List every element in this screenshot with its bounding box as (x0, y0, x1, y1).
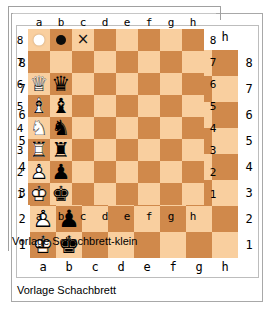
small-rank-label-left-8: 8 (17, 35, 24, 46)
large-file-label-bottom-a: a (39, 261, 46, 273)
small-file-label-top-h: h (190, 17, 197, 28)
small-box-right-border (220, 6, 221, 20)
white-queen-a6: ♛♕ (28, 73, 50, 95)
black-king-b1: ♚ (50, 183, 72, 205)
black-rook-b3: ♜ (50, 139, 72, 161)
small-square-d6 (94, 73, 116, 95)
small-file-label-bottom-f: f (146, 211, 153, 222)
small-square-e5 (116, 95, 138, 117)
small-square-h6 (182, 73, 204, 95)
large-file-label-bottom-d: d (117, 261, 124, 273)
small-square-d4 (94, 117, 116, 139)
small-square-g8 (160, 29, 182, 51)
small-square-b7 (50, 51, 72, 73)
small-square-e8 (116, 29, 138, 51)
small-file-label-top-c: c (80, 17, 87, 28)
small-square-f1 (138, 183, 160, 205)
small-square-h1 (182, 183, 204, 205)
small-square-h7 (182, 51, 204, 73)
small-square-a7 (28, 51, 50, 73)
small-square-d2 (94, 161, 116, 183)
large-square-h1 (212, 232, 238, 258)
piece-glyph: ♚ (52, 184, 71, 205)
white-pawn-a2: ♟♙ (30, 206, 56, 232)
large-rank-label-right-8: 8 (245, 57, 252, 69)
large-rank-label-right-5: 5 (245, 135, 252, 147)
large-square-f1 (160, 232, 186, 258)
small-square-c5 (72, 95, 94, 117)
piece-glyph: ♞ (52, 118, 71, 139)
large-board-caption: Vorlage Schachbrett (17, 284, 116, 296)
small-file-label-top-g: g (168, 17, 175, 28)
small-rank-label-left-5: 5 (17, 101, 24, 112)
small-square-f2 (138, 161, 160, 183)
piece-glyph: ♗ (30, 96, 49, 117)
large-rank-label-right-1: 1 (245, 239, 252, 251)
small-square-e6 (116, 73, 138, 95)
large-rank-label-right-7: 7 (245, 83, 252, 95)
small-square-c3 (72, 139, 94, 161)
small-file-label-top-f: f (146, 17, 153, 28)
small-box-left-border (8, 6, 9, 251)
large-square-e1 (134, 232, 160, 258)
small-file-label-top-b: b (58, 17, 65, 28)
small-square-e7 (116, 51, 138, 73)
small-square-g7 (160, 51, 182, 73)
small-square-e2 (116, 161, 138, 183)
small-square-d3 (94, 139, 116, 161)
large-file-label-bottom-h: h (221, 261, 228, 273)
small-rank-label-right-6: 6 (210, 79, 217, 90)
small-file-label-top-d: d (102, 17, 109, 28)
small-square-g5 (160, 95, 182, 117)
small-square-f3 (138, 139, 160, 161)
small-square-g1 (160, 183, 182, 205)
small-file-label-top-e: e (124, 17, 131, 28)
small-square-c4 (72, 117, 94, 139)
black-bishop-b5: ♝ (50, 95, 72, 117)
small-rank-label-right-3: 3 (210, 145, 217, 156)
large-file-label-bottom-b: b (65, 261, 72, 273)
white-pawn-a2: ♟♙ (28, 161, 50, 183)
small-square-g2 (160, 161, 182, 183)
white-disc-marker-a8 (34, 35, 45, 46)
small-table-top-border (13, 13, 216, 14)
small-square-h4 (182, 117, 204, 139)
large-file-label-bottom-c: c (91, 261, 98, 273)
small-square-f5 (138, 95, 160, 117)
large-rank-label-right-4: 4 (245, 161, 252, 173)
black-knight-b4: ♞ (50, 117, 72, 139)
small-box-top-border (8, 6, 221, 7)
x-marker-c8: × (77, 30, 90, 48)
small-file-label-bottom-c: c (80, 211, 87, 222)
small-square-e1 (116, 183, 138, 205)
small-file-label-top-a: a (36, 17, 43, 28)
small-square-f8 (138, 29, 160, 51)
piece-glyph: ♕ (30, 74, 49, 95)
small-square-g6 (160, 73, 182, 95)
small-square-d5 (94, 95, 116, 117)
small-rank-label-right-8: 8 (210, 35, 217, 46)
small-square-d8 (94, 29, 116, 51)
small-square-h3 (182, 139, 204, 161)
small-square-c6 (72, 73, 94, 95)
small-rank-label-left-4: 4 (17, 123, 24, 134)
small-board-caption: Vorlage Schachbrett-klein (12, 235, 137, 247)
black-disc-marker-b8 (56, 35, 66, 45)
small-rank-label-right-2: 2 (210, 167, 217, 178)
small-rank-label-left-7: 7 (17, 57, 24, 68)
small-file-label-bottom-b: b (58, 211, 65, 222)
small-rank-label-left-2: 2 (17, 167, 24, 178)
small-rank-label-left-3: 3 (17, 145, 24, 156)
small-file-label-bottom-h: h (190, 211, 197, 222)
template-demo-page: Vorlage Schachbrett Vorlage Schachbrett-… (0, 0, 268, 313)
small-square-f6 (138, 73, 160, 95)
small-square-f7 (138, 51, 160, 73)
small-square-c7 (72, 51, 94, 73)
large-rank-label-left-2: 2 (18, 213, 25, 225)
small-square-d7 (94, 51, 116, 73)
small-square-c2 (72, 161, 94, 183)
large-square-h2 (212, 206, 238, 232)
piece-glyph: ♔ (30, 184, 49, 205)
small-file-label-bottom-a: a (36, 211, 43, 222)
small-file-label-bottom-d: d (102, 211, 109, 222)
white-king-a1: ♚♔ (28, 183, 50, 205)
black-pawn-b2: ♟ (50, 161, 72, 183)
large-file-label-bottom-e: e (143, 261, 150, 273)
small-rank-label-right-7: 7 (210, 57, 217, 68)
large-rank-label-right-2: 2 (245, 213, 252, 225)
small-square-h2 (182, 161, 204, 183)
large-file-label-top-h: h (221, 31, 228, 43)
small-rank-label-right-1: 1 (210, 189, 217, 200)
small-file-label-bottom-g: g (168, 211, 175, 222)
small-square-g4 (160, 117, 182, 139)
small-square-c1 (72, 183, 94, 205)
large-file-label-bottom-f: f (169, 261, 176, 273)
large-rank-label-right-3: 3 (245, 187, 252, 199)
small-rank-label-right-4: 4 (210, 123, 217, 134)
small-rank-label-left-1: 1 (17, 189, 24, 200)
white-knight-a4: ♞♘ (28, 117, 50, 139)
small-square-d1 (94, 183, 116, 205)
white-rook-a3: ♜♖ (28, 139, 50, 161)
black-queen-b6: ♛ (50, 73, 72, 95)
small-square-f4 (138, 117, 160, 139)
white-bishop-a5: ♝♗ (28, 95, 50, 117)
small-square-e4 (116, 117, 138, 139)
piece-glyph: ♘ (30, 118, 49, 139)
large-square-g1 (186, 232, 212, 258)
small-square-h8 (182, 29, 204, 51)
small-square-h5 (182, 95, 204, 117)
small-square-e3 (116, 139, 138, 161)
piece-glyph: ♝ (52, 96, 71, 117)
piece-glyph: ♜ (52, 140, 71, 161)
small-rank-label-right-5: 5 (210, 101, 217, 112)
piece-glyph: ♟ (52, 162, 71, 183)
piece-glyph: ♖ (30, 140, 49, 161)
small-square-g3 (160, 139, 182, 161)
small-file-label-bottom-e: e (124, 211, 131, 222)
large-file-label-bottom-g: g (195, 261, 202, 273)
piece-glyph: ♛ (52, 74, 71, 95)
large-rank-label-right-6: 6 (245, 109, 252, 121)
small-rank-label-left-6: 6 (17, 79, 24, 90)
piece-glyph: ♙ (30, 162, 49, 183)
